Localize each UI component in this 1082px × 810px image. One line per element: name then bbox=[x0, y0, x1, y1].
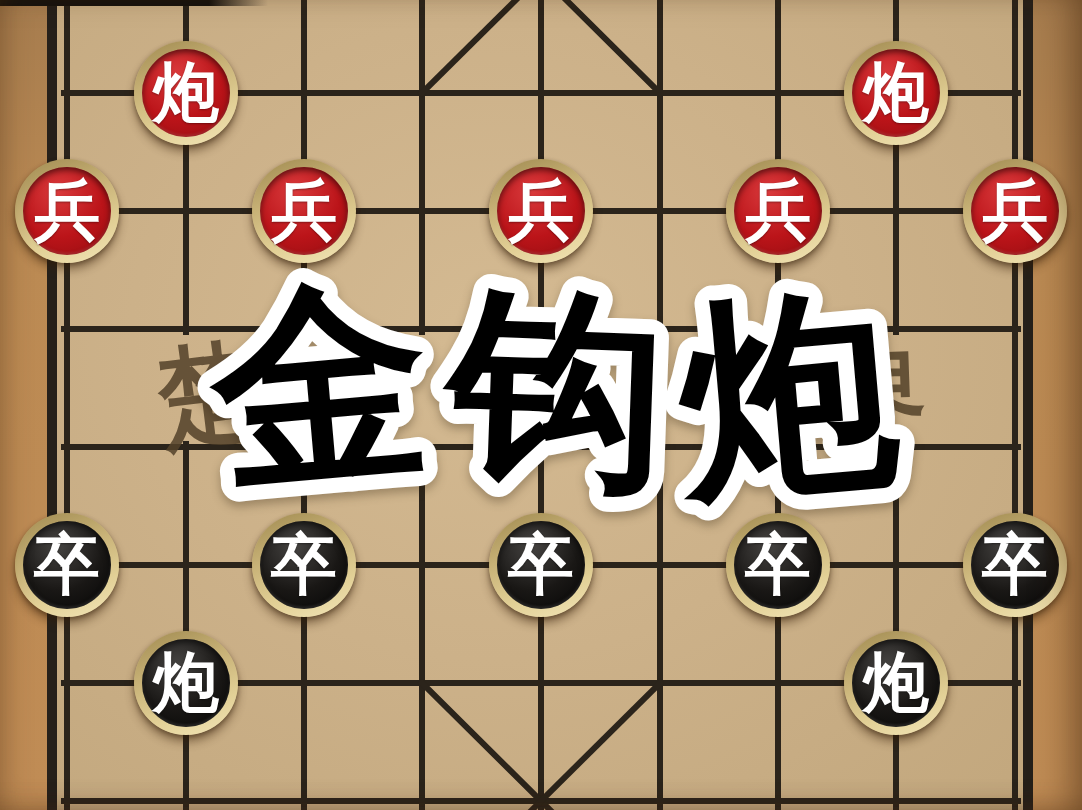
caption-char-1: 金 bbox=[198, 251, 438, 520]
caption-char-2: 钩 bbox=[437, 260, 669, 519]
top-edge-bar bbox=[0, 0, 268, 6]
caption-overlay: 金 钩 炮 bbox=[0, 0, 1082, 810]
caption-char-3: 炮 bbox=[664, 261, 907, 530]
xiangqi-board-scene: 楚 界 炮炮兵兵兵兵兵卒卒卒卒卒炮炮 金 钩 炮 bbox=[0, 0, 1082, 810]
